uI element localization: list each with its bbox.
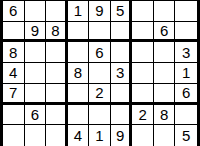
cell-r3c6-empty[interactable]	[111, 42, 133, 63]
cell-r5c5-given-2: 2	[89, 84, 111, 105]
cell-r2c2-given-9: 9	[25, 22, 47, 43]
cell-r7c5-given-1: 1	[89, 125, 111, 146]
cell-r4c9-given-1: 1	[175, 63, 197, 84]
cell-r4c6-given-3: 3	[111, 63, 133, 84]
cell-r1c1-given-6: 6	[3, 1, 25, 22]
cell-r7c1-empty[interactable]	[3, 125, 25, 146]
cell-r6c7-given-2: 2	[132, 105, 154, 126]
cell-r6c8-given-8: 8	[154, 105, 176, 126]
cell-r2c6-empty[interactable]	[111, 22, 133, 43]
cell-r5c2-empty[interactable]	[25, 84, 47, 105]
cell-r1c4-given-1: 1	[68, 1, 90, 22]
cell-r7c9-given-5: 5	[175, 125, 197, 146]
cell-r7c2-empty[interactable]	[25, 125, 47, 146]
cell-r2c5-empty[interactable]	[89, 22, 111, 43]
cell-r3c2-empty[interactable]	[25, 42, 47, 63]
cell-r1c3-empty[interactable]	[46, 1, 68, 22]
cell-r4c5-empty[interactable]	[89, 63, 111, 84]
cell-r5c9-given-6: 6	[175, 84, 197, 105]
cell-r2c7-empty[interactable]	[132, 22, 154, 43]
cell-r7c6-given-9: 9	[111, 125, 133, 146]
cell-r5c1-given-7: 7	[3, 84, 25, 105]
cell-r1c9-empty[interactable]	[175, 1, 197, 22]
cell-r2c1-empty[interactable]	[3, 22, 25, 43]
cell-r4c7-empty[interactable]	[132, 63, 154, 84]
cell-r2c9-empty[interactable]	[175, 22, 197, 43]
cell-r4c4-given-8: 8	[68, 63, 90, 84]
cell-r3c8-empty[interactable]	[154, 42, 176, 63]
cell-r3c5-given-6: 6	[89, 42, 111, 63]
cell-r5c3-empty[interactable]	[46, 84, 68, 105]
cell-r6c4-empty[interactable]	[68, 105, 90, 126]
cell-r2c4-empty[interactable]	[68, 22, 90, 43]
cell-r1c8-empty[interactable]	[154, 1, 176, 22]
cell-r1c5-given-9: 9	[89, 1, 111, 22]
cell-r4c8-empty[interactable]	[154, 63, 176, 84]
cell-r6c2-given-6: 6	[25, 105, 47, 126]
cell-r7c7-empty[interactable]	[132, 125, 154, 146]
cell-r6c5-empty[interactable]	[89, 105, 111, 126]
cell-r1c6-given-5: 5	[111, 1, 133, 22]
cell-r5c4-empty[interactable]	[68, 84, 90, 105]
cell-r6c9-empty[interactable]	[175, 105, 197, 126]
cell-r1c7-empty[interactable]	[132, 1, 154, 22]
cell-r1c2-empty[interactable]	[25, 1, 47, 22]
cell-r5c6-empty[interactable]	[111, 84, 133, 105]
cell-r3c3-empty[interactable]	[46, 42, 68, 63]
cell-r5c8-empty[interactable]	[154, 84, 176, 105]
cell-r4c3-empty[interactable]	[46, 63, 68, 84]
cell-r5c7-empty[interactable]	[132, 84, 154, 105]
cell-r4c2-empty[interactable]	[25, 63, 47, 84]
cell-r2c3-given-8: 8	[46, 22, 68, 43]
cell-r3c1-given-8: 8	[3, 42, 25, 63]
cell-r3c9-given-3: 3	[175, 42, 197, 63]
cell-r6c1-empty[interactable]	[3, 105, 25, 126]
sudoku-board: 619598686348317266284195	[0, 0, 200, 146]
cell-r3c7-empty[interactable]	[132, 42, 154, 63]
cell-r2c8-given-6: 6	[154, 22, 176, 43]
cell-r7c3-empty[interactable]	[46, 125, 68, 146]
cell-r6c3-empty[interactable]	[46, 105, 68, 126]
cell-r3c4-empty[interactable]	[68, 42, 90, 63]
cell-r7c4-given-4: 4	[68, 125, 90, 146]
cell-r4c1-given-4: 4	[3, 63, 25, 84]
cell-r6c6-empty[interactable]	[111, 105, 133, 126]
cell-r7c8-empty[interactable]	[154, 125, 176, 146]
